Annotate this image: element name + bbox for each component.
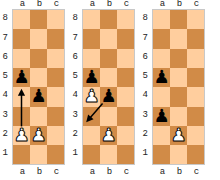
black-pawn-a5: ♟ bbox=[83, 68, 99, 86]
square-a1 bbox=[13, 145, 30, 164]
en-passant-diagram: abc87654321♟♟♟♟abcabc87654321♟♟♟♟abcabc8… bbox=[0, 0, 220, 180]
file-label-a: a bbox=[154, 165, 171, 180]
board-1-file-labels-bottom: abc bbox=[14, 165, 65, 180]
board-2-middle: 87654321♟♟♟♟ bbox=[70, 9, 135, 165]
rank-label-5: 5 bbox=[70, 67, 82, 86]
white-pawn-a2: ♟ bbox=[13, 126, 29, 144]
rank-label-6: 6 bbox=[0, 48, 12, 67]
rank-label-2: 2 bbox=[140, 125, 152, 144]
square-c6 bbox=[47, 49, 64, 68]
rank-label-7: 7 bbox=[140, 28, 152, 47]
rank-label-2: 2 bbox=[0, 125, 12, 144]
square-a4 bbox=[13, 87, 30, 106]
board-1-grid: ♟♟♟♟ bbox=[12, 9, 65, 165]
square-b8 bbox=[100, 10, 117, 29]
black-pawn-b4: ♟ bbox=[100, 87, 116, 105]
square-a4: ♟ bbox=[83, 87, 100, 106]
rank-label-2: 2 bbox=[70, 125, 82, 144]
board-2-file-labels-bottom: abc bbox=[84, 165, 135, 180]
rank-label-1: 1 bbox=[70, 144, 82, 163]
square-b1 bbox=[30, 145, 47, 164]
square-b2: ♟ bbox=[100, 126, 117, 145]
file-label-b: b bbox=[171, 0, 188, 9]
file-label-c: c bbox=[118, 165, 135, 180]
file-label-c: c bbox=[188, 0, 205, 9]
square-c5 bbox=[187, 68, 204, 87]
square-a7 bbox=[13, 29, 30, 48]
board-1-rank-labels: 87654321 bbox=[0, 9, 12, 165]
square-b7 bbox=[100, 29, 117, 48]
square-c4 bbox=[47, 87, 64, 106]
square-b5 bbox=[30, 68, 47, 87]
board-3-rank-labels: 87654321 bbox=[140, 9, 152, 165]
file-label-a: a bbox=[84, 0, 101, 9]
board-3: abc87654321♟♟♟abc bbox=[140, 0, 205, 180]
square-a4 bbox=[153, 87, 170, 106]
square-b1 bbox=[170, 145, 187, 164]
board-3-middle: 87654321♟♟♟ bbox=[140, 9, 205, 165]
file-label-c: c bbox=[48, 165, 65, 180]
square-b7 bbox=[30, 29, 47, 48]
black-pawn-b4: ♟ bbox=[30, 87, 46, 105]
board-1: abc87654321♟♟♟♟abc bbox=[0, 0, 65, 180]
rank-label-8: 8 bbox=[140, 9, 152, 28]
rank-label-3: 3 bbox=[70, 106, 82, 125]
board-1-file-labels-top: abc bbox=[14, 0, 65, 9]
square-c5 bbox=[47, 68, 64, 87]
square-c8 bbox=[187, 10, 204, 29]
board-2-rank-labels: 87654321 bbox=[70, 9, 82, 165]
rank-label-6: 6 bbox=[70, 48, 82, 67]
square-b2: ♟ bbox=[30, 126, 47, 145]
board-2-grid: ♟♟♟♟ bbox=[82, 9, 135, 165]
file-label-c: c bbox=[118, 0, 135, 9]
file-label-c: c bbox=[188, 165, 205, 180]
square-b5 bbox=[170, 68, 187, 87]
square-a8 bbox=[13, 10, 30, 29]
square-c2 bbox=[47, 126, 64, 145]
square-c1 bbox=[187, 145, 204, 164]
square-c4 bbox=[187, 87, 204, 106]
square-c3 bbox=[117, 107, 134, 126]
square-b8 bbox=[170, 10, 187, 29]
square-a2: ♟ bbox=[13, 126, 30, 145]
black-pawn-a3: ♟ bbox=[153, 107, 169, 125]
square-c5 bbox=[117, 68, 134, 87]
square-b5 bbox=[100, 68, 117, 87]
board-1-middle: 87654321♟♟♟♟ bbox=[0, 9, 65, 165]
square-b4: ♟ bbox=[100, 87, 117, 106]
rank-label-8: 8 bbox=[70, 9, 82, 28]
board-2-file-labels-top: abc bbox=[84, 0, 135, 9]
square-a3: ♟ bbox=[153, 107, 170, 126]
square-a5: ♟ bbox=[83, 68, 100, 87]
rank-label-6: 6 bbox=[140, 48, 152, 67]
rank-label-4: 4 bbox=[70, 86, 82, 105]
square-b8 bbox=[30, 10, 47, 29]
square-b7 bbox=[170, 29, 187, 48]
square-a5: ♟ bbox=[13, 68, 30, 87]
file-label-b: b bbox=[31, 0, 48, 9]
square-a7 bbox=[83, 29, 100, 48]
square-a6 bbox=[13, 49, 30, 68]
rank-label-5: 5 bbox=[140, 67, 152, 86]
board-3-file-labels-top: abc bbox=[154, 0, 205, 9]
rank-label-3: 3 bbox=[140, 106, 152, 125]
white-pawn-b2: ♟ bbox=[100, 126, 116, 144]
square-c2 bbox=[117, 126, 134, 145]
square-c8 bbox=[47, 10, 64, 29]
square-c3 bbox=[47, 107, 64, 126]
file-label-b: b bbox=[171, 165, 188, 180]
board-2: abc87654321♟♟♟♟abc bbox=[70, 0, 135, 180]
rank-label-1: 1 bbox=[0, 144, 12, 163]
square-c3 bbox=[187, 107, 204, 126]
square-c2 bbox=[187, 126, 204, 145]
square-c7 bbox=[117, 29, 134, 48]
rank-label-7: 7 bbox=[70, 28, 82, 47]
rank-label-5: 5 bbox=[0, 67, 12, 86]
square-a1 bbox=[83, 145, 100, 164]
square-a1 bbox=[153, 145, 170, 164]
square-c4 bbox=[117, 87, 134, 106]
square-a3 bbox=[13, 107, 30, 126]
square-b4 bbox=[170, 87, 187, 106]
rank-label-3: 3 bbox=[0, 106, 12, 125]
square-b3 bbox=[100, 107, 117, 126]
black-pawn-a5: ♟ bbox=[13, 68, 29, 86]
square-a2 bbox=[83, 126, 100, 145]
board-3-file-labels-bottom: abc bbox=[154, 165, 205, 180]
rank-label-4: 4 bbox=[140, 86, 152, 105]
square-b3 bbox=[30, 107, 47, 126]
square-b6 bbox=[170, 49, 187, 68]
square-b2: ♟ bbox=[170, 126, 187, 145]
file-label-b: b bbox=[31, 165, 48, 180]
rank-label-1: 1 bbox=[140, 144, 152, 163]
square-c8 bbox=[117, 10, 134, 29]
square-b4: ♟ bbox=[30, 87, 47, 106]
file-label-b: b bbox=[101, 165, 118, 180]
square-a6 bbox=[83, 49, 100, 68]
square-a2 bbox=[153, 126, 170, 145]
square-a8 bbox=[83, 10, 100, 29]
square-c7 bbox=[187, 29, 204, 48]
square-a5: ♟ bbox=[153, 68, 170, 87]
square-b6 bbox=[30, 49, 47, 68]
rank-label-4: 4 bbox=[0, 86, 12, 105]
board-3-grid: ♟♟♟ bbox=[152, 9, 205, 165]
white-pawn-a4: ♟ bbox=[83, 87, 99, 105]
file-label-c: c bbox=[48, 0, 65, 9]
square-a8 bbox=[153, 10, 170, 29]
square-c1 bbox=[47, 145, 64, 164]
white-pawn-b2: ♟ bbox=[170, 126, 186, 144]
square-b1 bbox=[100, 145, 117, 164]
square-c6 bbox=[187, 49, 204, 68]
rank-label-8: 8 bbox=[0, 9, 12, 28]
file-label-a: a bbox=[154, 0, 171, 9]
white-pawn-b2: ♟ bbox=[30, 126, 46, 144]
square-b6 bbox=[100, 49, 117, 68]
file-label-a: a bbox=[84, 165, 101, 180]
square-a7 bbox=[153, 29, 170, 48]
file-label-a: a bbox=[14, 165, 31, 180]
file-label-b: b bbox=[101, 0, 118, 9]
square-c7 bbox=[47, 29, 64, 48]
square-c6 bbox=[117, 49, 134, 68]
black-pawn-a5: ♟ bbox=[153, 68, 169, 86]
square-a6 bbox=[153, 49, 170, 68]
square-b3 bbox=[170, 107, 187, 126]
square-a3 bbox=[83, 107, 100, 126]
square-c1 bbox=[117, 145, 134, 164]
rank-label-7: 7 bbox=[0, 28, 12, 47]
file-label-a: a bbox=[14, 0, 31, 9]
